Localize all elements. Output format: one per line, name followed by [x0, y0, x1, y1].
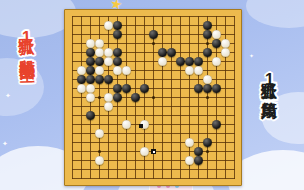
- black-stone: [86, 66, 95, 75]
- right-caption: 野狐1段第一局: [261, 70, 277, 91]
- hoshi-point: [98, 150, 101, 153]
- white-stone: [104, 48, 113, 57]
- black-stone: [212, 39, 221, 48]
- white-stone: [86, 84, 95, 93]
- black-stone: [167, 48, 176, 57]
- black-stone: [113, 21, 122, 30]
- white-stone: [158, 57, 167, 66]
- black-stone: [113, 57, 122, 66]
- white-stone: [185, 66, 194, 75]
- white-stone: [140, 147, 149, 156]
- white-stone: [113, 66, 122, 75]
- black-stone: [86, 48, 95, 57]
- cloud-shape: [246, 0, 304, 28]
- white-stone: [122, 120, 131, 129]
- black-stone: [104, 75, 113, 84]
- white-stone: [185, 138, 194, 147]
- black-stone: [86, 111, 95, 120]
- black-stone: [194, 156, 203, 165]
- black-stone: [113, 93, 122, 102]
- white-stone: [86, 39, 95, 48]
- go-board[interactable]: [64, 9, 242, 186]
- black-stone: [158, 48, 167, 57]
- black-stone: [86, 57, 95, 66]
- hoshi-point: [206, 96, 209, 99]
- white-stone: [185, 156, 194, 165]
- black-stone: [212, 120, 221, 129]
- black-stone: [194, 147, 203, 156]
- sparkle-icon: ✦: [5, 92, 11, 100]
- white-stone: [104, 93, 113, 102]
- cloud-shape: [262, 92, 304, 144]
- hoshi-point: [152, 96, 155, 99]
- black-stone: [185, 57, 194, 66]
- hoshi-point: [152, 42, 155, 45]
- black-stone: [113, 48, 122, 57]
- black-stone: [194, 57, 203, 66]
- white-stone: [95, 48, 104, 57]
- white-stone: [95, 156, 104, 165]
- white-stone: [95, 66, 104, 75]
- white-stone: [122, 66, 131, 75]
- last-move-marker: [139, 124, 143, 128]
- white-stone: [104, 102, 113, 111]
- go-board-grid: [72, 16, 235, 179]
- cloud-shape: [0, 58, 44, 116]
- black-stone: [140, 84, 149, 93]
- white-stone: [221, 48, 230, 57]
- black-stone: [194, 84, 203, 93]
- white-stone: [95, 39, 104, 48]
- black-stone: [203, 21, 212, 30]
- black-stone: [203, 30, 212, 39]
- black-stone: [203, 48, 212, 57]
- black-stone: [113, 84, 122, 93]
- hoshi-point: [206, 42, 209, 45]
- white-stone: [212, 30, 221, 39]
- left-caption: 野狐1段顺势围空: [17, 25, 34, 55]
- black-stone: [122, 84, 131, 93]
- square-marker: [151, 149, 156, 154]
- white-stone: [77, 84, 86, 93]
- white-stone: [203, 75, 212, 84]
- white-stone: [140, 120, 149, 129]
- white-stone: [86, 93, 95, 102]
- white-stone: [194, 66, 203, 75]
- white-stone: [95, 129, 104, 138]
- white-stone: [212, 57, 221, 66]
- black-stone: [77, 75, 86, 84]
- black-stone: [131, 93, 140, 102]
- black-stone: [113, 30, 122, 39]
- white-stone: [104, 21, 113, 30]
- black-stone: [95, 75, 104, 84]
- black-stone: [203, 138, 212, 147]
- black-stone: [212, 84, 221, 93]
- black-stone: [95, 57, 104, 66]
- black-stone: [203, 84, 212, 93]
- white-stone: [104, 57, 113, 66]
- hoshi-point: [206, 150, 209, 153]
- black-stone: [149, 30, 158, 39]
- white-stone: [221, 39, 230, 48]
- white-stone: [77, 66, 86, 75]
- sparkle-icon: ✦: [2, 140, 8, 148]
- black-stone: [176, 57, 185, 66]
- black-stone: [86, 75, 95, 84]
- thumbnail-scene: ★ ★ ★ ✦ ✦ ✦ 野狐1段顺势围空 野狐1段第一局: [0, 0, 304, 190]
- sparkle-icon: ✦: [249, 52, 254, 59]
- hoshi-point: [98, 96, 101, 99]
